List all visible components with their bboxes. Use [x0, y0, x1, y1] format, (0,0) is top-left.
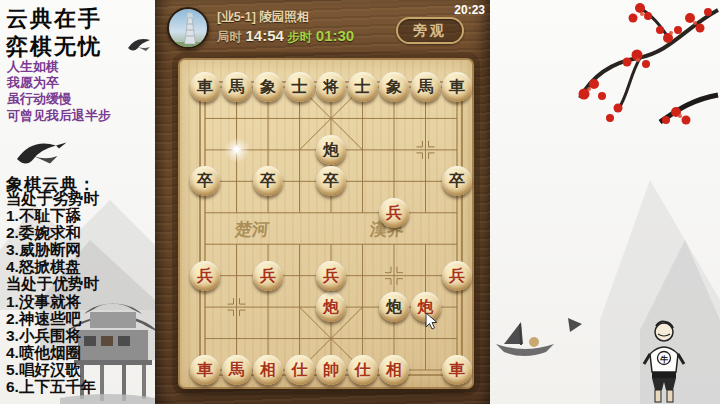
spectate-button[interactable]: 旁观: [396, 17, 464, 44]
piece-black[interactable]: 炮: [379, 292, 409, 322]
piece-black[interactable]: 卒: [190, 166, 220, 196]
piece-red[interactable]: 帥: [316, 355, 346, 385]
cloud-list-heading: 当处于优势时: [6, 275, 99, 292]
piece-black[interactable]: 炮: [316, 135, 346, 165]
piece-red[interactable]: 車: [190, 355, 220, 385]
piece-black[interactable]: 馬: [411, 72, 441, 102]
piece-red[interactable]: 兵: [316, 261, 346, 291]
piece-red[interactable]: 車: [442, 355, 472, 385]
timers: 局时 14:54 步时 01:30: [217, 27, 354, 46]
piece-black[interactable]: 将: [316, 72, 346, 102]
mountain-art: [640, 240, 720, 404]
crane-icon: [128, 39, 150, 51]
cloud-list-item: 4.喷他烟圈: [6, 344, 99, 361]
piece-red[interactable]: 兵: [442, 261, 472, 291]
piece-black[interactable]: 士: [348, 72, 378, 102]
poem-line: 人生如棋: [7, 59, 111, 75]
cloud-list-item: 2.神速些吧: [6, 310, 99, 327]
boat-art: [496, 318, 582, 356]
pieces-layer: 車馬象士将士象馬車炮炮卒卒卒卒車馬相仕帥仕相車炮炮兵兵兵兵兵: [180, 60, 472, 387]
svg-text:牛: 牛: [660, 355, 669, 364]
game-time-value: 14:54: [245, 27, 283, 44]
move-time-value: 01:30: [316, 27, 354, 44]
game-time-label: 局时: [217, 30, 242, 44]
right-poster: 牛 天天象棋 业叁守門員 夫弈棋者，要专心、绝虑， 静算待敌，坦然无喜怒挂怀。 …: [490, 0, 720, 404]
crane-icon: [17, 143, 67, 164]
poem-line: 可曾见我后退半步: [7, 108, 111, 124]
cloud-list-item: 3.威胁断网: [6, 241, 99, 258]
left-poster: 云典在手 弈棋无忧 人生如棋 我愿为卒 虽行动缓慢 可曾见我后退半步 象棋云典：…: [0, 0, 155, 404]
piece-red[interactable]: 仕: [348, 355, 378, 385]
cloud-list: 当处于劣势时 1.不耻下舔 2.委婉求和 3.威胁断网 4.怒掀棋盘 当处于优势…: [6, 190, 99, 395]
plum-blossom-art: [579, 3, 719, 125]
piece-black[interactable]: 卒: [442, 166, 472, 196]
piece-black[interactable]: 象: [379, 72, 409, 102]
piece-black[interactable]: 馬: [222, 72, 252, 102]
move-time-label: 步时: [287, 30, 312, 44]
xiangqi-board[interactable]: 楚河 漢界 ✦ 車馬象士将士象馬車炮炮卒卒卒卒車馬相仕帥仕相車炮炮兵兵兵兵兵: [178, 58, 474, 389]
mouse-cursor: [425, 312, 439, 330]
piece-red[interactable]: 炮: [316, 292, 346, 322]
cloud-list-item: 1.不耻下舔: [6, 207, 99, 224]
piece-black[interactable]: 車: [190, 72, 220, 102]
piece-red[interactable]: 相: [253, 355, 283, 385]
piece-black[interactable]: 卒: [316, 166, 346, 196]
piece-black[interactable]: 象: [253, 72, 283, 102]
piece-red[interactable]: 仕: [285, 355, 315, 385]
cloud-list-heading: 当处于劣势时: [6, 190, 99, 207]
piece-red[interactable]: 相: [379, 355, 409, 385]
mountain-art: [600, 180, 720, 404]
game-window: 20:23 [业5-1] 陵园照相 局时 14:54 步时 01:30 旁观 楚…: [155, 0, 490, 404]
cloud-list-item: 3.小兵围将: [6, 327, 99, 344]
screen: 云典在手 弈棋无忧 人生如棋 我愿为卒 虽行动缓慢 可曾见我后退半步 象棋云典：…: [0, 0, 720, 404]
piece-black[interactable]: 車: [442, 72, 472, 102]
poem-line: 我愿为卒: [7, 75, 111, 91]
mascot-art: 牛: [644, 322, 684, 403]
piece-black[interactable]: 士: [285, 72, 315, 102]
cloud-list-item: 4.怒掀棋盘: [6, 258, 99, 275]
piece-red[interactable]: 馬: [222, 355, 252, 385]
left-title: 云典在手 弈棋无忧: [6, 5, 102, 60]
system-clock: 20:23: [443, 3, 485, 17]
piece-black[interactable]: 卒: [253, 166, 283, 196]
cloud-list-item: 5.唱好汉歌: [6, 361, 99, 378]
player-avatar[interactable]: [167, 7, 209, 49]
piece-red[interactable]: 兵: [379, 198, 409, 228]
cloud-list-item: 1.没事就将: [6, 293, 99, 310]
poem-line: 虽行动缓慢: [7, 91, 111, 107]
left-poem: 人生如棋 我愿为卒 虽行动缓慢 可曾见我后退半步: [7, 59, 111, 124]
left-title-line: 云典在手: [6, 5, 102, 33]
left-title-line: 弈棋无忧: [6, 33, 102, 61]
room-title: [业5-1] 陵园照相: [217, 9, 309, 26]
cloud-list-item: 6.上下五千年: [6, 378, 99, 395]
cloud-list-item: 2.委婉求和: [6, 224, 99, 241]
piece-red[interactable]: 兵: [253, 261, 283, 291]
right-poster-art: 牛: [490, 0, 720, 404]
piece-red[interactable]: 兵: [190, 261, 220, 291]
pagoda-avatar-image: [169, 9, 209, 49]
